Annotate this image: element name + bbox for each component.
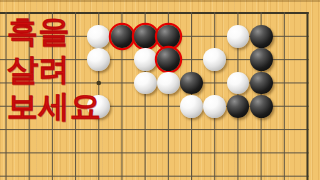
marked-black-stone (157, 48, 180, 71)
white-stone (203, 48, 226, 71)
marked-black-stone (157, 25, 180, 48)
white-stone (134, 48, 157, 71)
white-stone (227, 25, 250, 48)
caption-line-2: 살려 (7, 51, 102, 89)
black-stone (227, 95, 250, 118)
caption-line-3: 보세요 (7, 88, 102, 126)
white-stone (157, 72, 180, 95)
caption-line-1: 흑을 (7, 13, 102, 51)
black-stone (250, 95, 273, 118)
go-puzzle-thumbnail: 흑을 살려 보세요 (0, 0, 320, 180)
black-stone (180, 72, 203, 95)
white-stone (227, 72, 250, 95)
black-stone (250, 48, 273, 71)
marked-black-stone (134, 25, 157, 48)
white-stone (203, 95, 226, 118)
marked-black-stone (111, 25, 134, 48)
black-stone (250, 25, 273, 48)
black-stone (250, 72, 273, 95)
caption-overlay: 흑을 살려 보세요 (7, 13, 102, 126)
white-stone (180, 95, 203, 118)
white-stone (134, 72, 157, 95)
